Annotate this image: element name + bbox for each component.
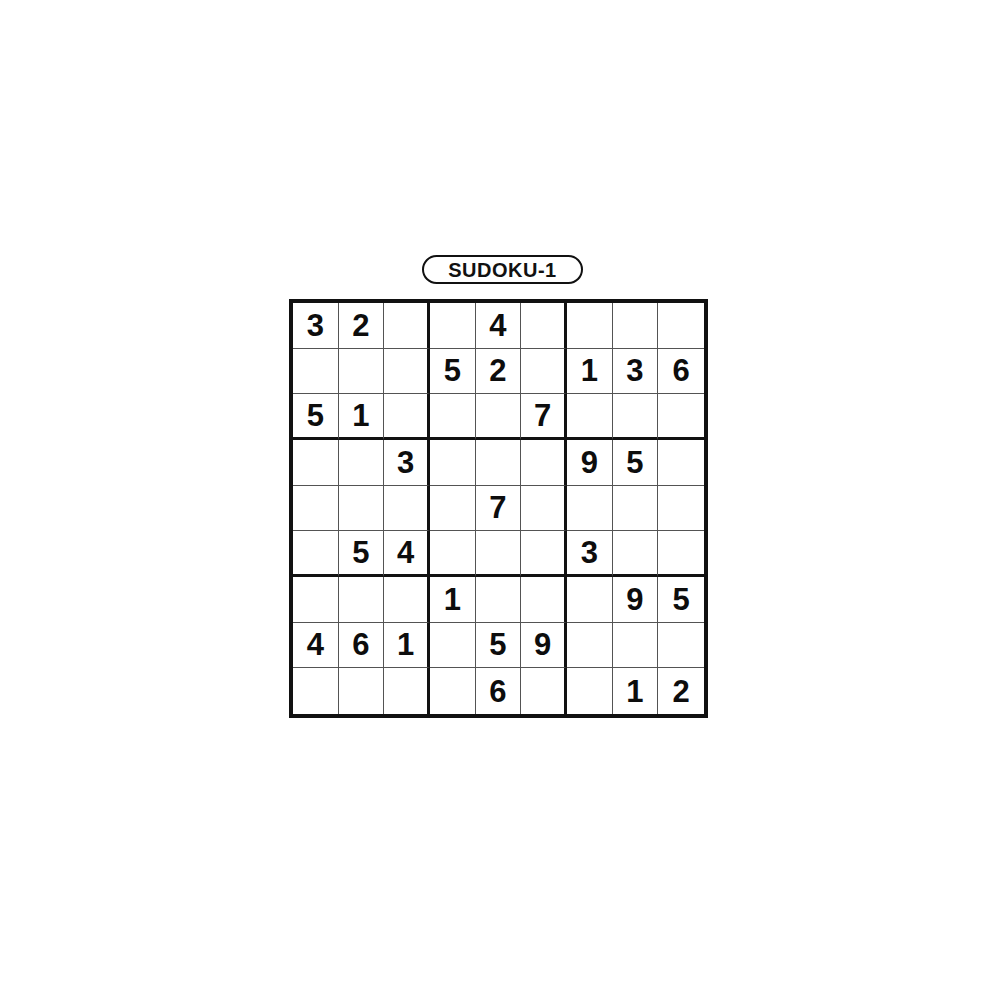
given-digit: 5 bbox=[626, 447, 643, 478]
cell-r4c1[interactable] bbox=[293, 440, 339, 486]
cell-r1c3[interactable] bbox=[384, 303, 430, 349]
given-digit: 2 bbox=[673, 676, 690, 707]
given-digit: 2 bbox=[352, 310, 369, 341]
cell-r2c6[interactable] bbox=[521, 349, 567, 395]
cell-r4c6[interactable] bbox=[521, 440, 567, 486]
cell-r3c2[interactable]: 1 bbox=[339, 394, 385, 440]
cell-r2c8[interactable]: 3 bbox=[613, 349, 659, 395]
cell-r9c2[interactable] bbox=[339, 668, 385, 714]
cell-r9c3[interactable] bbox=[384, 668, 430, 714]
given-digit: 4 bbox=[307, 629, 324, 660]
puzzle-page: SUDOKU-1 32452136517395754319546159612 bbox=[0, 0, 1000, 1000]
cell-r9c7[interactable] bbox=[567, 668, 613, 714]
cell-r5c8[interactable] bbox=[613, 486, 659, 532]
cell-r4c5[interactable] bbox=[476, 440, 522, 486]
cell-r6c6[interactable] bbox=[521, 531, 567, 577]
given-digit: 6 bbox=[489, 676, 506, 707]
given-digit: 7 bbox=[489, 492, 506, 523]
cell-r6c4[interactable] bbox=[430, 531, 476, 577]
given-digit: 1 bbox=[397, 629, 414, 660]
given-digit: 9 bbox=[534, 629, 551, 660]
cell-r2c4[interactable]: 5 bbox=[430, 349, 476, 395]
given-digit: 9 bbox=[581, 447, 598, 478]
cell-r7c4[interactable]: 1 bbox=[430, 577, 476, 623]
given-digit: 4 bbox=[489, 310, 506, 341]
given-digit: 7 bbox=[534, 400, 551, 431]
cell-r7c9[interactable]: 5 bbox=[658, 577, 704, 623]
cell-r7c7[interactable] bbox=[567, 577, 613, 623]
puzzle-title: SUDOKU-1 bbox=[448, 260, 556, 280]
cell-r1c4[interactable] bbox=[430, 303, 476, 349]
given-digit: 4 bbox=[397, 537, 414, 568]
cell-r1c5[interactable]: 4 bbox=[476, 303, 522, 349]
given-digit: 9 bbox=[626, 584, 643, 615]
cell-r3c4[interactable] bbox=[430, 394, 476, 440]
given-digit: 5 bbox=[489, 629, 506, 660]
cell-r4c9[interactable] bbox=[658, 440, 704, 486]
cell-r1c9[interactable] bbox=[658, 303, 704, 349]
cell-r6c2[interactable]: 5 bbox=[339, 531, 385, 577]
cell-r6c1[interactable] bbox=[293, 531, 339, 577]
cell-r3c8[interactable] bbox=[613, 394, 659, 440]
cell-r8c8[interactable] bbox=[613, 623, 659, 669]
cell-r6c8[interactable] bbox=[613, 531, 659, 577]
cell-r6c3[interactable]: 4 bbox=[384, 531, 430, 577]
cell-r5c1[interactable] bbox=[293, 486, 339, 532]
cell-r8c6[interactable]: 9 bbox=[521, 623, 567, 669]
cell-r8c4[interactable] bbox=[430, 623, 476, 669]
cell-r2c1[interactable] bbox=[293, 349, 339, 395]
cell-r9c4[interactable] bbox=[430, 668, 476, 714]
sudoku-board: 32452136517395754319546159612 bbox=[289, 299, 708, 718]
given-digit: 3 bbox=[307, 310, 324, 341]
cell-r7c3[interactable] bbox=[384, 577, 430, 623]
cell-r5c2[interactable] bbox=[339, 486, 385, 532]
cell-r1c7[interactable] bbox=[567, 303, 613, 349]
given-digit: 6 bbox=[673, 355, 690, 386]
given-digit: 1 bbox=[352, 400, 369, 431]
given-digit: 6 bbox=[352, 629, 369, 660]
cell-r7c1[interactable] bbox=[293, 577, 339, 623]
cell-r9c6[interactable] bbox=[521, 668, 567, 714]
cell-r2c3[interactable] bbox=[384, 349, 430, 395]
given-digit: 5 bbox=[673, 584, 690, 615]
puzzle-title-badge: SUDOKU-1 bbox=[422, 255, 583, 284]
cell-r1c1[interactable]: 3 bbox=[293, 303, 339, 349]
cell-r1c8[interactable] bbox=[613, 303, 659, 349]
cell-r5c5[interactable]: 7 bbox=[476, 486, 522, 532]
cell-r6c5[interactable] bbox=[476, 531, 522, 577]
cell-r2c5[interactable]: 2 bbox=[476, 349, 522, 395]
cell-r2c7[interactable]: 1 bbox=[567, 349, 613, 395]
cell-r6c9[interactable] bbox=[658, 531, 704, 577]
cell-r8c9[interactable] bbox=[658, 623, 704, 669]
cell-r4c4[interactable] bbox=[430, 440, 476, 486]
cell-r5c3[interactable] bbox=[384, 486, 430, 532]
cell-r5c4[interactable] bbox=[430, 486, 476, 532]
cell-r4c8[interactable]: 5 bbox=[613, 440, 659, 486]
cell-r3c3[interactable] bbox=[384, 394, 430, 440]
given-digit: 2 bbox=[489, 355, 506, 386]
cell-r5c7[interactable] bbox=[567, 486, 613, 532]
given-digit: 1 bbox=[626, 676, 643, 707]
cell-r2c2[interactable] bbox=[339, 349, 385, 395]
cell-r7c6[interactable] bbox=[521, 577, 567, 623]
cell-r5c9[interactable] bbox=[658, 486, 704, 532]
cell-r9c9[interactable]: 2 bbox=[658, 668, 704, 714]
given-digit: 3 bbox=[581, 537, 598, 568]
cell-r1c6[interactable] bbox=[521, 303, 567, 349]
cell-r4c7[interactable]: 9 bbox=[567, 440, 613, 486]
given-digit: 1 bbox=[444, 584, 461, 615]
cell-r9c1[interactable] bbox=[293, 668, 339, 714]
given-digit: 5 bbox=[352, 537, 369, 568]
cell-r3c7[interactable] bbox=[567, 394, 613, 440]
given-digit: 3 bbox=[626, 355, 643, 386]
cell-r7c8[interactable]: 9 bbox=[613, 577, 659, 623]
cell-r8c2[interactable]: 6 bbox=[339, 623, 385, 669]
cell-r2c9[interactable]: 6 bbox=[658, 349, 704, 395]
cell-r3c6[interactable]: 7 bbox=[521, 394, 567, 440]
given-digit: 3 bbox=[397, 447, 414, 478]
cell-r8c7[interactable] bbox=[567, 623, 613, 669]
cell-r9c5[interactable]: 6 bbox=[476, 668, 522, 714]
cell-r3c9[interactable] bbox=[658, 394, 704, 440]
cell-r4c3[interactable]: 3 bbox=[384, 440, 430, 486]
given-digit: 5 bbox=[307, 400, 324, 431]
given-digit: 1 bbox=[581, 355, 598, 386]
given-digit: 5 bbox=[444, 355, 461, 386]
cell-r9c8[interactable]: 1 bbox=[613, 668, 659, 714]
cell-r3c1[interactable]: 5 bbox=[293, 394, 339, 440]
cell-r8c1[interactable]: 4 bbox=[293, 623, 339, 669]
cell-r4c2[interactable] bbox=[339, 440, 385, 486]
cell-r5c6[interactable] bbox=[521, 486, 567, 532]
cell-r7c2[interactable] bbox=[339, 577, 385, 623]
cell-r8c5[interactable]: 5 bbox=[476, 623, 522, 669]
cell-r1c2[interactable]: 2 bbox=[339, 303, 385, 349]
cell-r6c7[interactable]: 3 bbox=[567, 531, 613, 577]
cell-r8c3[interactable]: 1 bbox=[384, 623, 430, 669]
cell-r3c5[interactable] bbox=[476, 394, 522, 440]
cell-r7c5[interactable] bbox=[476, 577, 522, 623]
